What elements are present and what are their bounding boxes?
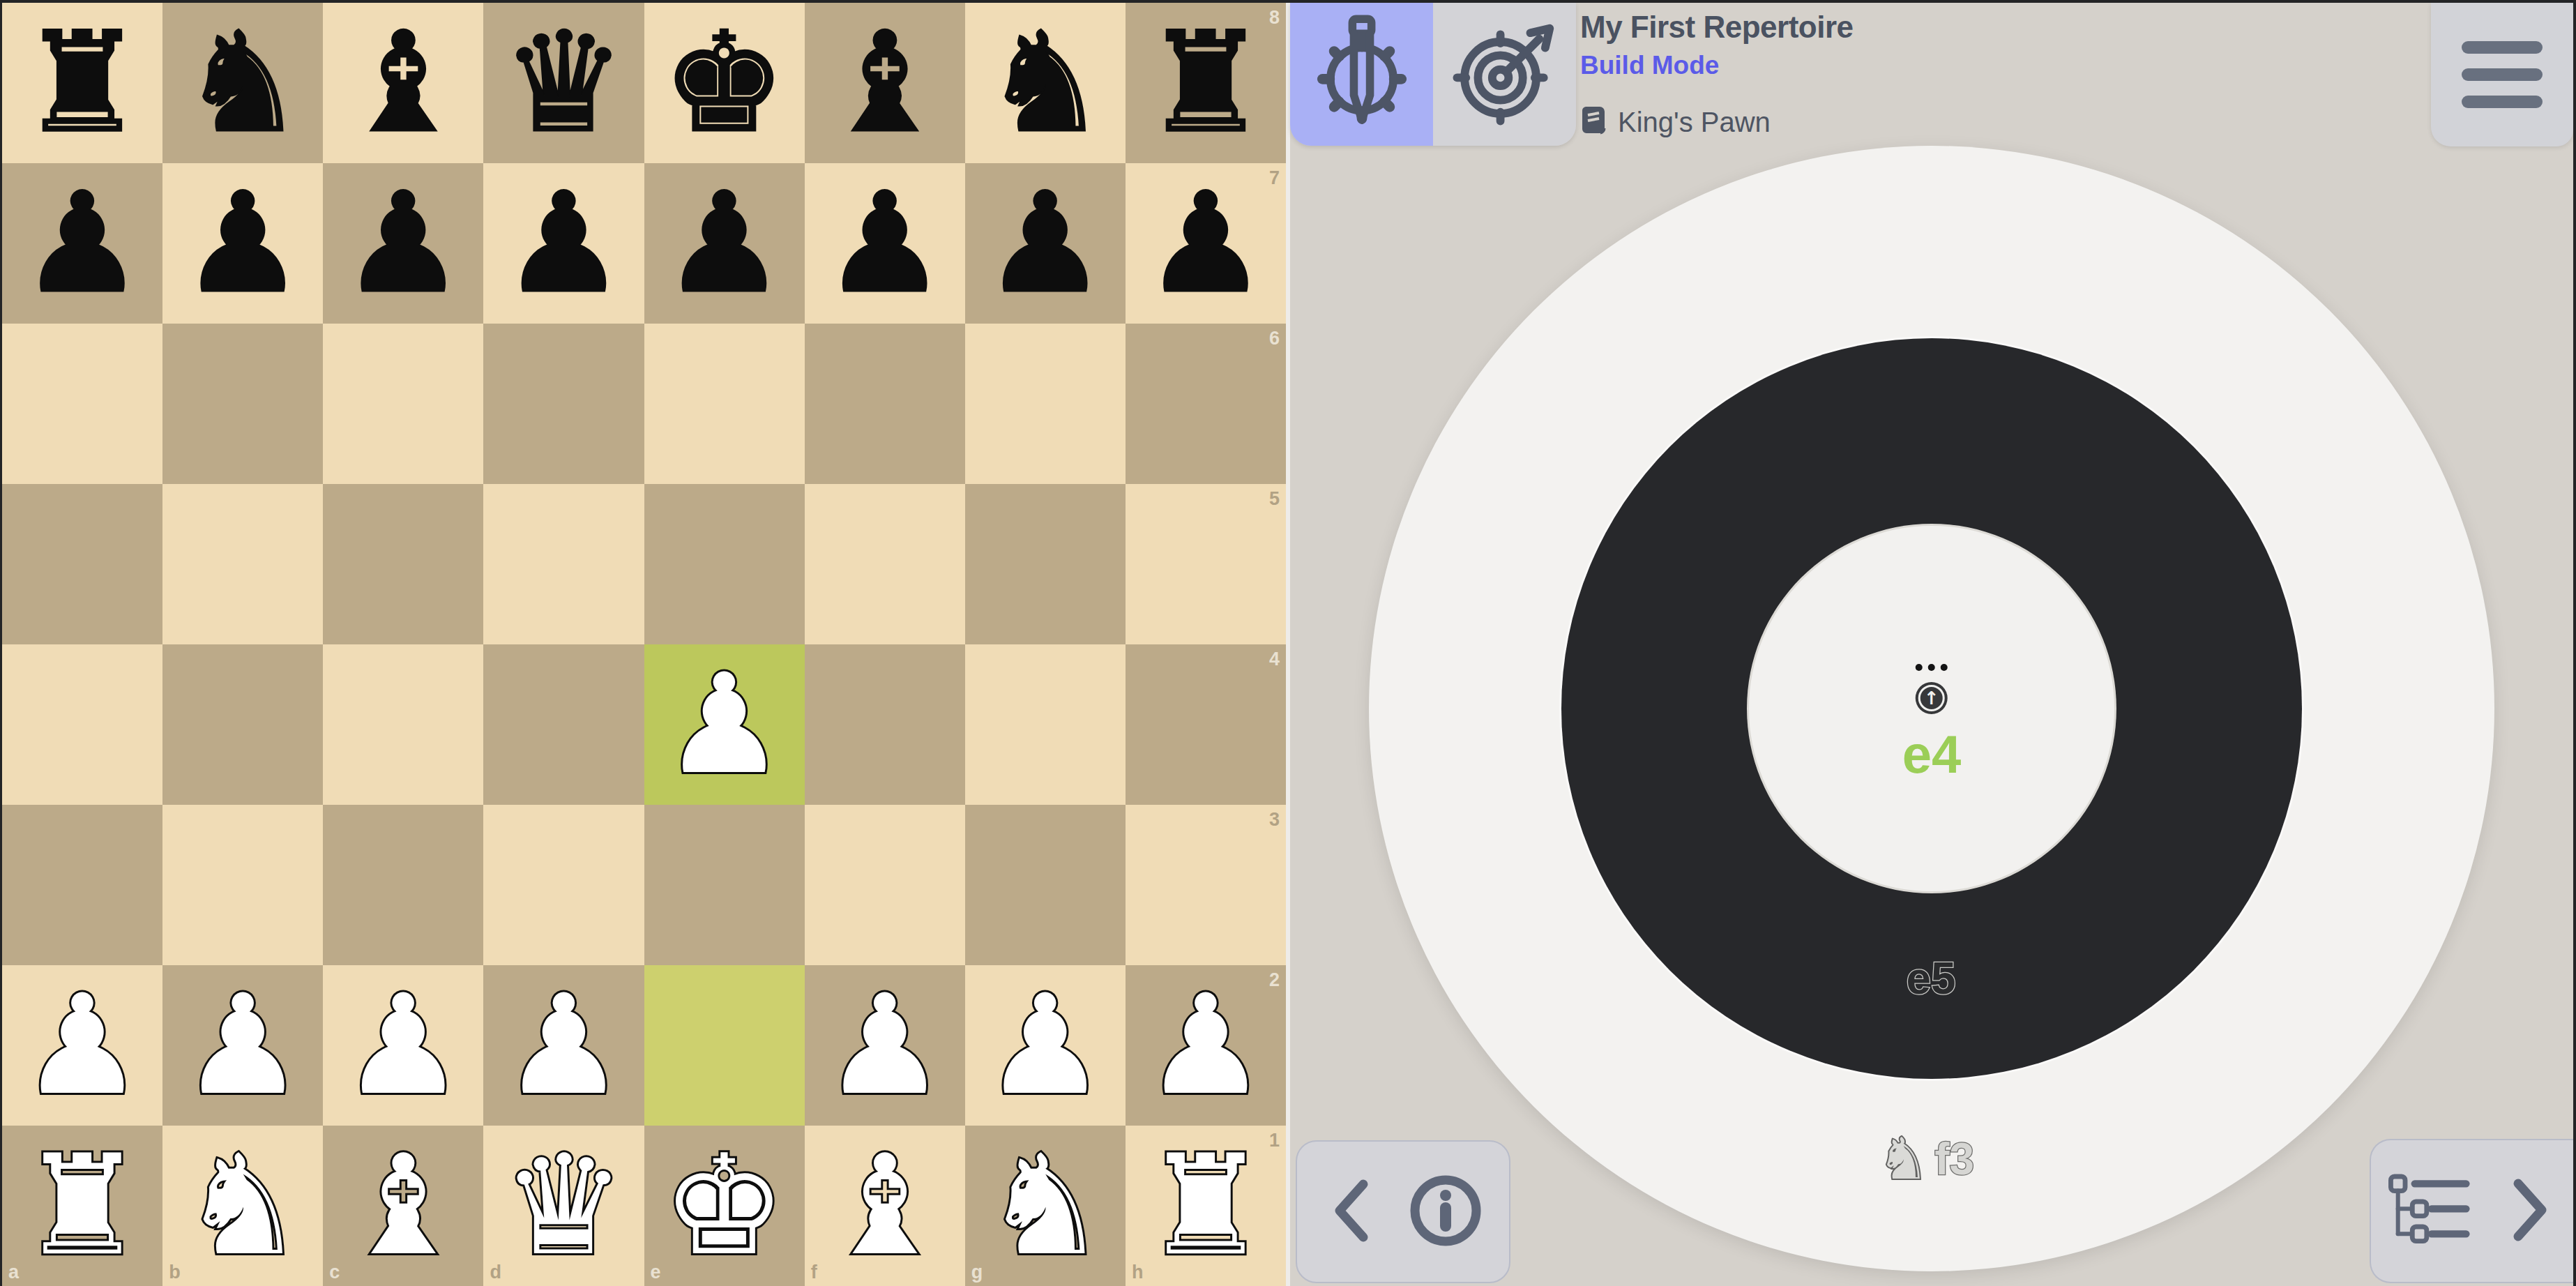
white-rook-h1[interactable]: ♜	[1144, 1137, 1268, 1275]
square-d6[interactable]	[483, 324, 644, 484]
file-label-c: c	[329, 1263, 340, 1282]
target-arrow-icon	[1453, 21, 1557, 128]
white-queen-d1[interactable]: ♛	[502, 1137, 626, 1275]
rank-label-2: 2	[1269, 971, 1280, 990]
rank-label-7: 7	[1269, 169, 1280, 188]
square-a3[interactable]	[2, 805, 162, 965]
black-pawn-c7[interactable]: ♟	[342, 174, 466, 312]
square-c5[interactable]	[323, 484, 483, 644]
opening-row[interactable]: King's Pawn	[1580, 105, 1853, 139]
black-pawn-h7[interactable]: ♟	[1144, 174, 1268, 312]
square-h7[interactable]: 7♟	[1126, 163, 1286, 324]
square-c8[interactable]: ♝	[323, 3, 483, 163]
ring-move-label[interactable]: e5	[1906, 953, 1955, 1004]
square-e5[interactable]	[644, 484, 805, 644]
square-d8[interactable]: ♛	[483, 3, 644, 163]
square-c2[interactable]: ♟	[323, 965, 483, 1126]
file-label-f: f	[811, 1263, 817, 1282]
square-c4[interactable]	[323, 644, 483, 805]
square-b8[interactable]: ♞	[162, 3, 323, 163]
square-e1[interactable]: e♚	[644, 1126, 805, 1286]
square-d1[interactable]: d♛	[483, 1126, 644, 1286]
square-e6[interactable]	[644, 324, 805, 484]
white-bishop-f1[interactable]: ♝	[823, 1137, 947, 1275]
page-title: My First Repertoire	[1580, 10, 1853, 45]
rank-label-1: 1	[1269, 1131, 1280, 1150]
nav-right-pill	[2370, 1139, 2573, 1283]
white-pawn-c2[interactable]: ♟	[342, 976, 466, 1114]
square-f7[interactable]: ♟	[805, 163, 965, 324]
repertoire-header: My First Repertoire Build Mode King's Pa…	[1580, 10, 1853, 139]
square-a5[interactable]	[2, 484, 162, 644]
square-d7[interactable]: ♟	[483, 163, 644, 324]
white-knight-g1[interactable]: ♞	[983, 1137, 1107, 1275]
square-c1[interactable]: c♝	[323, 1126, 483, 1286]
black-pawn-f7[interactable]: ♟	[823, 174, 947, 312]
file-label-d: d	[490, 1263, 501, 1282]
square-a1[interactable]: a♜	[2, 1126, 162, 1286]
square-h8[interactable]: 8♜	[1126, 3, 1286, 163]
black-pawn-a7[interactable]: ♟	[20, 174, 144, 312]
square-e4[interactable]: ♟	[644, 644, 805, 805]
black-rook-a8[interactable]: ♜	[20, 14, 144, 152]
white-pawn-e4[interactable]: ♟	[662, 656, 787, 794]
square-c3[interactable]	[323, 805, 483, 965]
black-pawn-g7[interactable]: ♟	[983, 174, 1107, 312]
mode-label: Build Mode	[1580, 51, 1853, 80]
square-h3[interactable]: 3	[1126, 805, 1286, 965]
white-bishop-c1[interactable]: ♝	[342, 1137, 466, 1275]
square-a7[interactable]: ♟	[2, 163, 162, 324]
square-e2[interactable]	[644, 965, 805, 1126]
nav-left-pill	[1296, 1140, 1510, 1283]
black-pawn-e7[interactable]: ♟	[662, 174, 787, 312]
white-pawn-f2[interactable]: ♟	[823, 976, 947, 1114]
square-b5[interactable]	[162, 484, 323, 644]
square-a2[interactable]: ♟	[2, 965, 162, 1126]
black-pawn-d7[interactable]: ♟	[502, 174, 626, 312]
square-g7[interactable]: ♟	[965, 163, 1126, 324]
white-pawn-h2[interactable]: ♟	[1144, 976, 1268, 1114]
ellipsis-icon	[1916, 664, 1948, 671]
build-mode-button[interactable]	[1290, 3, 1433, 146]
black-rook-h8[interactable]: ♜	[1144, 14, 1268, 152]
white-knight-b1[interactable]: ♞	[181, 1137, 305, 1275]
black-bishop-f8[interactable]: ♝	[823, 14, 947, 152]
bullseye-center: ↑ e4	[1902, 664, 1962, 785]
file-label-e: e	[651, 1263, 661, 1282]
square-b1[interactable]: b♞	[162, 1126, 323, 1286]
chess-board: ♜♞♝♛♚♝♞8♜♟♟♟♟♟♟♟7♟65♟43♟♟♟♟♟♟2♟a♜b♞c♝d♛e…	[2, 3, 1286, 1286]
square-e8[interactable]: ♚	[644, 3, 805, 163]
square-d3[interactable]	[483, 805, 644, 965]
file-label-a: a	[8, 1263, 19, 1282]
square-b4[interactable]	[162, 644, 323, 805]
square-f6[interactable]	[805, 324, 965, 484]
move-tree-button[interactable]	[2388, 1174, 2472, 1249]
square-d2[interactable]: ♟	[483, 965, 644, 1126]
square-f8[interactable]: ♝	[805, 3, 965, 163]
white-knight-icon: ♞	[1878, 1130, 1930, 1188]
square-d4[interactable]	[483, 644, 644, 805]
square-c7[interactable]: ♟	[323, 163, 483, 324]
white-pawn-d2[interactable]: ♟	[502, 976, 626, 1114]
square-a4[interactable]	[2, 644, 162, 805]
book-icon	[1580, 105, 1607, 139]
app-window: ♜♞♝♛♚♝♞8♜♟♟♟♟♟♟♟7♟65♟43♟♟♟♟♟♟2♟a♜b♞c♝d♛e…	[0, 0, 2576, 1286]
side-panel: My First Repertoire Build Mode King's Pa…	[1286, 3, 2573, 1286]
panel-edge	[1286, 3, 1290, 1286]
square-f2[interactable]: ♟	[805, 965, 965, 1126]
back-button[interactable]	[1324, 1177, 1379, 1247]
square-g1[interactable]: g♞	[965, 1126, 1126, 1286]
white-rook-a1[interactable]: ♜	[20, 1137, 144, 1275]
rank-label-4: 4	[1269, 650, 1280, 669]
rank-label-6: 6	[1269, 329, 1280, 348]
opening-name: King's Pawn	[1618, 107, 1771, 138]
white-pawn-g2[interactable]: ♟	[983, 976, 1107, 1114]
square-b6[interactable]	[162, 324, 323, 484]
square-h2[interactable]: 2♟	[1126, 965, 1286, 1126]
black-knight-g8[interactable]: ♞	[983, 14, 1107, 152]
rank-label-8: 8	[1269, 8, 1280, 27]
square-c6[interactable]	[323, 324, 483, 484]
arrow-up-circle-icon: ↑	[1916, 682, 1948, 714]
square-b7[interactable]: ♟	[162, 163, 323, 324]
mode-switch	[1290, 3, 1576, 146]
white-pawn-a2[interactable]: ♟	[20, 976, 144, 1114]
menu-button[interactable]	[2431, 3, 2573, 146]
file-label-g: g	[971, 1263, 983, 1282]
white-pawn-b2[interactable]: ♟	[181, 976, 305, 1114]
gear-pencil-icon	[1310, 15, 1414, 135]
white-king-e1[interactable]: ♚	[662, 1137, 787, 1275]
practice-mode-button[interactable]	[1433, 3, 1576, 146]
square-d5[interactable]	[483, 484, 644, 644]
info-button[interactable]	[1409, 1174, 1482, 1250]
square-h4[interactable]: 4	[1126, 644, 1286, 805]
rank-label-3: 3	[1269, 810, 1280, 829]
outer-move[interactable]: ♞ f3	[1878, 1130, 1974, 1188]
outer-move-label: f3	[1934, 1133, 1974, 1185]
square-f3[interactable]	[805, 805, 965, 965]
square-g8[interactable]: ♞	[965, 3, 1126, 163]
square-e3[interactable]	[644, 805, 805, 965]
square-g4[interactable]	[965, 644, 1126, 805]
black-king-e8[interactable]: ♚	[662, 14, 787, 152]
square-h5[interactable]: 5	[1126, 484, 1286, 644]
square-f1[interactable]: f♝	[805, 1126, 965, 1286]
square-g2[interactable]: ♟	[965, 965, 1126, 1126]
file-label-h: h	[1132, 1263, 1144, 1282]
square-g6[interactable]	[965, 324, 1126, 484]
square-e7[interactable]: ♟	[644, 163, 805, 324]
black-queen-d8[interactable]: ♛	[502, 14, 626, 152]
square-f4[interactable]	[805, 644, 965, 805]
square-f5[interactable]	[805, 484, 965, 644]
square-b3[interactable]	[162, 805, 323, 965]
square-h6[interactable]: 6	[1126, 324, 1286, 484]
square-g3[interactable]	[965, 805, 1126, 965]
black-bishop-c8[interactable]: ♝	[342, 14, 466, 152]
center-move-label[interactable]: e4	[1902, 724, 1962, 785]
forward-button[interactable]	[2503, 1177, 2557, 1246]
file-label-b: b	[169, 1263, 181, 1282]
square-a8[interactable]: ♜	[2, 3, 162, 163]
square-a6[interactable]	[2, 324, 162, 484]
square-g5[interactable]	[965, 484, 1126, 644]
black-pawn-b7[interactable]: ♟	[181, 174, 305, 312]
square-h1[interactable]: 1h♜	[1126, 1126, 1286, 1286]
square-b2[interactable]: ♟	[162, 965, 323, 1126]
black-knight-b8[interactable]: ♞	[181, 14, 305, 152]
rank-label-5: 5	[1269, 490, 1280, 508]
